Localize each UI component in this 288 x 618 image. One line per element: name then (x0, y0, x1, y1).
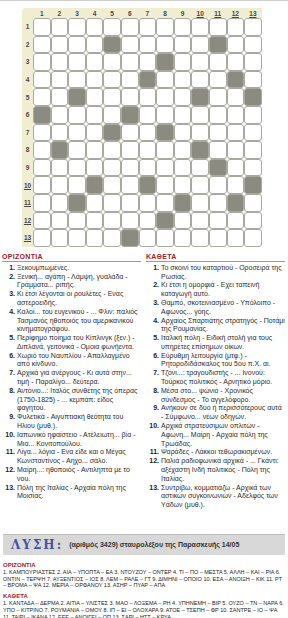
grid-cell[interactable] (156, 159, 174, 177)
grid-cell[interactable] (51, 194, 69, 212)
row-label: 10 (22, 176, 33, 194)
grid-cell[interactable] (227, 212, 245, 230)
clue-number: 11. (2, 448, 17, 466)
clue: 4.Αρχαίος Σπαρτιάτης στρατηγός - Ποτάμι … (146, 317, 285, 335)
grid-cell[interactable] (156, 71, 174, 89)
grid-cell[interactable] (227, 106, 245, 124)
grid-cell[interactable] (86, 229, 104, 247)
grid-cell[interactable] (244, 141, 262, 159)
grid-cell[interactable] (244, 229, 262, 247)
down-title: ΚΑΘΕΤΑ (146, 253, 285, 262)
grid-cell[interactable] (103, 229, 121, 247)
clue-list-across: 1.Ξεκουμπωμένες.2.Ξενική... αγάπη - Λάμψ… (2, 264, 141, 502)
black-cell (174, 194, 192, 212)
grid-cell[interactable] (191, 36, 209, 54)
grid-cell[interactable] (244, 53, 262, 71)
grid-cell[interactable] (191, 124, 209, 142)
grid-cell[interactable] (86, 106, 104, 124)
grid-cell[interactable] (68, 53, 86, 71)
clue: 12.Μαίρη...: ηθοποιός - Αντιληπτά με το … (2, 466, 141, 484)
clue-number: 2. (146, 281, 161, 299)
black-cell (227, 194, 245, 212)
clue: 8.Μέσα στο... ψώνιο - Χρονικός σύνδεσμος… (146, 387, 285, 405)
grid-cell[interactable] (139, 159, 157, 177)
grid-cell[interactable] (33, 36, 51, 54)
clue-text: Φυλετικά - Αιγυπτιακή θεότητα του Ηλιου … (17, 413, 141, 431)
clue: 9.Φυλετικά - Αιγυπτιακή θεότητα του Ηλιο… (2, 413, 141, 431)
clue-number: 1. (2, 264, 17, 273)
grid-cell[interactable] (33, 212, 51, 230)
clue-text: Τζόνι...: τραγουδιστής - ... Ινονού: Τού… (161, 369, 285, 387)
grid-cell[interactable] (121, 159, 139, 177)
grid-cell[interactable] (68, 71, 86, 89)
black-cell (86, 176, 104, 194)
black-cell (156, 124, 174, 142)
grid-cell[interactable] (139, 124, 157, 142)
grid-cell[interactable] (121, 18, 139, 36)
grid-cell[interactable] (139, 212, 157, 230)
col-label: 1 (33, 8, 51, 18)
grid-cell[interactable] (103, 106, 121, 124)
grid-cell[interactable] (68, 124, 86, 142)
grid-cell[interactable] (51, 88, 69, 106)
grid-cell[interactable] (121, 124, 139, 142)
row-label: 12 (22, 212, 33, 230)
grid-cell[interactable] (86, 71, 104, 89)
grid-cell[interactable] (86, 141, 104, 159)
grid-cell[interactable] (156, 18, 174, 36)
clue-text: Ανήκουν σε δύο ή περισσότερους αυτά - Σύ… (161, 404, 285, 422)
solution-down-title: ΚΑΘΕΤΑ (3, 593, 285, 599)
grid-cell[interactable] (191, 194, 209, 212)
clue-number: 5. (146, 334, 161, 352)
grid-cell[interactable] (174, 141, 192, 159)
clue: 13.Συντρίβω, κομματιάζω - Αρχικά των αστ… (146, 484, 285, 510)
grid-corner (22, 8, 33, 18)
clue: 1.Ξεκουμπωμένες. (2, 264, 141, 273)
grid-cell[interactable] (244, 36, 262, 54)
clue-text: Αρχικά για ανέργους - Κι αυτά στην... τι… (17, 369, 141, 387)
grid-cell[interactable] (209, 71, 227, 89)
grid-cell[interactable] (103, 88, 121, 106)
grid-cell[interactable] (51, 212, 69, 230)
grid-cell[interactable] (227, 88, 245, 106)
grid-cell[interactable] (139, 229, 157, 247)
clue: 2.Κι έτσι η ομορφιά - Εχει ταπεινή καταγ… (146, 281, 285, 299)
row-label: 4 (22, 71, 33, 89)
grid-cell[interactable] (209, 141, 227, 159)
crossword-grid: 1234567891011121312345678910111213 (22, 8, 288, 247)
clue-text: Αρχικά στρατεύσιμων οπλιτών - Αφωνη... Μ… (161, 422, 285, 448)
clue-number: 1. (146, 264, 161, 282)
clue: 11.Ψαράδες - Λάκκοι τεθωρακισμένων. (146, 448, 285, 457)
grid-cell[interactable] (86, 18, 104, 36)
clue-text: Ξενική... αγάπη - Λάμψη, γυαλάδα - Γράμμ… (17, 273, 141, 291)
clue: 2.Ξενική... αγάπη - Λάμψη, γυαλάδα - Γρά… (2, 273, 141, 291)
grid-cell[interactable] (121, 36, 139, 54)
grid-cell[interactable] (121, 71, 139, 89)
clue: 5.Περίφημο ποίημα του Κίπλινγκ (ξεν.) - … (2, 334, 141, 352)
clue-number: 6. (146, 352, 161, 370)
grid-cell[interactable] (244, 212, 262, 230)
clue-text: Μαίρη...: ηθοποιός - Αντιληπτά με το νου… (17, 466, 141, 484)
grid-cell[interactable] (209, 212, 227, 230)
clue-text: Λίγα... λόγια - Ενα είδε και ο Μέγας Κων… (17, 448, 141, 466)
grid-cell[interactable] (227, 53, 245, 71)
grid-cell[interactable] (33, 124, 51, 142)
grid-cell[interactable] (121, 141, 139, 159)
clue-number: 4. (2, 308, 17, 334)
clue-number: 10. (2, 431, 17, 449)
clue-number: 12. (2, 466, 17, 484)
grid-cell[interactable] (51, 71, 69, 89)
solution-text-section: ΟΡΙΖΟΝΤΙΑ 1. ΚΑΜΠΟΥΡΙΑΣΤΕΣ 2. ΑΙΑ – ΥΠΟΠ… (0, 562, 288, 618)
clue-number: 7. (2, 369, 17, 387)
grid-cell[interactable] (121, 212, 139, 230)
black-cell (139, 176, 157, 194)
col-label: 5 (103, 8, 121, 18)
grid-cell[interactable] (68, 176, 86, 194)
clue-text: Πόλη της Ιταλίας - Αρχαία πόλη της Μοισί… (17, 484, 141, 502)
grid-cell[interactable] (209, 53, 227, 71)
clue: 6.Χωριό του Ναυπλίου - Απαλλαγμένο από κ… (2, 352, 141, 370)
grid-cell[interactable] (103, 53, 121, 71)
grid-cell[interactable] (103, 194, 121, 212)
col-label: 11 (209, 8, 227, 18)
grid-cell[interactable] (103, 212, 121, 230)
grid-cell[interactable] (191, 53, 209, 71)
col-label: 2 (51, 8, 69, 18)
row-label: 9 (22, 159, 33, 177)
grid-cell[interactable] (227, 141, 245, 159)
clue: 7.Τζόνι...: τραγουδιστής - ... Ινονού: Τ… (146, 369, 285, 387)
clue: 12.Παλιά ραδιοφωνικά αρχικά - ... Γκάντι… (146, 457, 285, 483)
grid-cell[interactable] (51, 53, 69, 71)
clue-number: 8. (2, 387, 17, 413)
grid-cell[interactable] (191, 176, 209, 194)
grid-cell[interactable] (86, 159, 104, 177)
clue: 3.Κι έτσι λέγονται οι ρουλέτες - Ενας ασ… (2, 290, 141, 308)
clue-number: 4. (146, 317, 161, 335)
row-label: 6 (22, 106, 33, 124)
solution-across-text: 1. ΚΑΜΠΟΥΡΙΑΣΤΕΣ 2. ΑΙΑ – ΥΠΟΠΤΑ – ΕΑ 3.… (3, 569, 285, 589)
grid-cell[interactable] (33, 176, 51, 194)
clue: 1.Το σκοινί του καταρτιού - Οροσειρά της… (146, 264, 285, 282)
black-cell (191, 141, 209, 159)
grid-cell[interactable] (139, 53, 157, 71)
grid-cell[interactable] (86, 53, 104, 71)
clue-text: Το σκοινί του καταρτιού - Οροσειρά της Ρ… (161, 264, 285, 282)
black-cell (209, 36, 227, 54)
grid-cell[interactable] (174, 159, 192, 177)
grid-cell[interactable] (68, 18, 86, 36)
solution-across-title: ΟΡΙΖΟΝΤΙΑ (3, 562, 285, 568)
col-label: 13 (244, 8, 262, 18)
grid-cell[interactable] (33, 141, 51, 159)
clue-number: 2. (2, 273, 17, 291)
grid-cell[interactable] (174, 229, 192, 247)
clue-text: Συντρίβω, κομματιάζω - Αρχικά των αστικώ… (161, 484, 285, 510)
clue-text: Κι έτσι η ομορφιά - Εχει ταπεινή καταγωγ… (161, 281, 285, 299)
grid-cell[interactable] (156, 229, 174, 247)
solution-subtitle: (αριθμός 3429) σταυρολέξου της Παρασκευή… (69, 541, 239, 548)
clue: 11.Λίγα... λόγια - Ενα είδε και ο Μέγας … (2, 448, 141, 466)
grid-cell[interactable] (51, 176, 69, 194)
row-label: 2 (22, 36, 33, 54)
grid-cell[interactable] (103, 141, 121, 159)
grid-cell[interactable] (227, 229, 245, 247)
grid-cell[interactable] (86, 194, 104, 212)
solution-label: ΛΥΣΗ: (11, 538, 63, 552)
grid-cell[interactable] (244, 71, 262, 89)
clue-number: 13. (2, 484, 17, 502)
clue-number: 9. (2, 413, 17, 431)
clue-text: Ψαράδες - Λάκκοι τεθωρακισμένων. (161, 448, 285, 457)
clue: 3.Θαμπό, σκοτεινιασμένο - Υπόλοιπο - Αφω… (146, 299, 285, 317)
clue: 7.Αρχικά για ανέργους - Κι αυτά στην... … (2, 369, 141, 387)
clue-text: Μέσα στο... ψώνιο - Χρονικός σύνδεσμος -… (161, 387, 285, 405)
grid-cell[interactable] (174, 88, 192, 106)
black-cell (121, 106, 139, 124)
clues-section: ΟΡΙΖΟΝΤΙΑ 1.Ξεκουμπωμένες.2.Ξενική... αγ… (0, 253, 288, 531)
clue-number: 7. (146, 369, 161, 387)
clue-text: Ιταλική πόλη - Ειδική στολή για τους υπη… (161, 334, 285, 352)
clue: 5.Ιταλική πόλη - Ειδική στολή για τους υ… (146, 334, 285, 352)
grid-cell[interactable] (244, 124, 262, 142)
grid-cell[interactable] (139, 88, 157, 106)
grid-cell[interactable] (191, 106, 209, 124)
grid-cell[interactable] (227, 176, 245, 194)
row-label: 13 (22, 229, 33, 247)
grid-cell[interactable] (86, 36, 104, 54)
grid-cell[interactable] (51, 124, 69, 142)
grid-cell[interactable] (33, 194, 51, 212)
grid-cell[interactable] (227, 124, 245, 142)
grid-cell[interactable] (68, 159, 86, 177)
black-cell (209, 159, 227, 177)
row-label: 7 (22, 124, 33, 142)
clue: 4.Καλοί... του ευγενικού - ... Φλιν: παλ… (2, 308, 141, 334)
grid-cell[interactable] (51, 159, 69, 177)
row-label: 5 (22, 88, 33, 106)
grid-cell[interactable] (174, 176, 192, 194)
clue-text: Χωριό του Ναυπλίου - Απαλλαγμένο από κίν… (17, 352, 141, 370)
grid-cell[interactable] (86, 88, 104, 106)
grid-cell[interactable] (121, 176, 139, 194)
clue: 13.Πόλη της Ιταλίας - Αρχαία πόλη της Μο… (2, 484, 141, 502)
col-label: 10 (191, 8, 209, 18)
clue-text: Ξεκουμπωμένες. (17, 264, 141, 273)
grid-cell[interactable] (156, 176, 174, 194)
clue: 6.Εύρυθμη λειτουργία (μτφ.) - Ρητοροδιδά… (146, 352, 285, 370)
grid-cell[interactable] (51, 229, 69, 247)
grid-cell[interactable] (174, 18, 192, 36)
col-label: 3 (68, 8, 86, 18)
black-cell (244, 88, 262, 106)
clue-number: 5. (2, 334, 17, 352)
clue: 9.Ανήκουν σε δύο ή περισσότερους αυτά - … (146, 404, 285, 422)
grid-cell[interactable] (191, 159, 209, 177)
grid-cell[interactable] (191, 212, 209, 230)
grid-cell[interactable] (209, 176, 227, 194)
grid-cell[interactable] (103, 18, 121, 36)
grid-cell[interactable] (174, 53, 192, 71)
grid-cell[interactable] (51, 18, 69, 36)
black-cell (244, 176, 262, 194)
across-section: ΟΡΙΖΟΝΤΙΑ 1.Ξεκουμπωμένες.2.Ξενική... αγ… (0, 253, 144, 531)
clue-number: 6. (2, 352, 17, 370)
crossword-grid-area: 1234567891011121312345678910111213 (22, 8, 288, 247)
grid-cell[interactable] (68, 212, 86, 230)
solution-down-text: 1. ΚΑΝΤΑΔΑ – ΔΕΡΜΑ 2. ΑΙΤΙΑ – ΥΛΙΣΤΕΣ 3.… (3, 600, 285, 618)
row-label: 11 (22, 194, 33, 212)
black-cell (139, 71, 157, 89)
grid-cell[interactable] (209, 194, 227, 212)
row-label: 8 (22, 141, 33, 159)
across-title: ΟΡΙΖΟΝΤΙΑ (2, 253, 141, 262)
black-cell (156, 212, 174, 230)
col-label: 4 (86, 8, 104, 18)
grid-cell[interactable] (174, 36, 192, 54)
clue: 8.Αντόνιο...: Ιταλός συνθέτης της όπερας… (2, 387, 141, 413)
grid-cell[interactable] (209, 229, 227, 247)
grid-cell[interactable] (174, 212, 192, 230)
clue-number: 8. (146, 387, 161, 405)
grid-cell[interactable] (33, 159, 51, 177)
grid-cell[interactable] (209, 18, 227, 36)
grid-cell[interactable] (139, 18, 157, 36)
col-label: 7 (139, 8, 157, 18)
grid-cell[interactable] (33, 53, 51, 71)
black-cell (156, 53, 174, 71)
clue-text: Εύρυθμη λειτουργία (μτφ.) - Ρητοροδιδάσκ… (161, 352, 285, 370)
grid-cell[interactable] (209, 124, 227, 142)
black-cell (227, 71, 245, 89)
grid-cell[interactable] (244, 106, 262, 124)
clue-number: 3. (2, 290, 17, 308)
col-label: 6 (121, 8, 139, 18)
grid-cell[interactable] (156, 88, 174, 106)
grid-cell[interactable] (156, 141, 174, 159)
grid-cell[interactable] (244, 18, 262, 36)
grid-cell[interactable] (86, 124, 104, 142)
grid-cell[interactable] (174, 106, 192, 124)
grid-cell[interactable] (121, 53, 139, 71)
grid-cell[interactable] (191, 229, 209, 247)
grid-cell[interactable] (227, 159, 245, 177)
clue-text: Αρχαίος Σπαρτιάτης στρατηγός - Ποτάμι τη… (161, 317, 285, 335)
clue: 10.Αρχικά στρατεύσιμων οπλιτών - Αφωνη..… (146, 422, 285, 448)
black-cell (103, 124, 121, 142)
black-cell (51, 141, 69, 159)
grid-cell[interactable] (51, 106, 69, 124)
row-label: 1 (22, 18, 33, 36)
black-cell (68, 88, 86, 106)
grid-cell[interactable] (156, 36, 174, 54)
grid-cell[interactable] (68, 36, 86, 54)
grid-cell[interactable] (68, 106, 86, 124)
grid-cell[interactable] (227, 18, 245, 36)
clue-number: 13. (146, 484, 161, 510)
grid-cell[interactable] (209, 88, 227, 106)
black-cell (33, 106, 51, 124)
grid-cell[interactable] (191, 18, 209, 36)
black-cell (191, 88, 209, 106)
clue-text: Περίφημο ποίημα του Κίπλινγκ (ξεν.) - Δι… (17, 334, 141, 352)
grid-cell[interactable] (139, 106, 157, 124)
clue-text: Κι έτσι λέγονται οι ρουλέτες - Ενας αστε… (17, 290, 141, 308)
clue-text: Ιαπωνικό ηφαίστειο - Ατέλειωτη... βία - … (17, 431, 141, 449)
grid-cell[interactable] (33, 71, 51, 89)
grid-cell[interactable] (33, 18, 51, 36)
grid-cell[interactable] (227, 36, 245, 54)
grid-cell[interactable] (103, 71, 121, 89)
clue-text: Παλιά ραδιοφωνικά αρχικά - ... Γκάντι: α… (161, 457, 285, 483)
grid-cell[interactable] (174, 71, 192, 89)
black-cell (121, 229, 139, 247)
grid-cell[interactable] (103, 159, 121, 177)
black-cell (103, 36, 121, 54)
grid-cell[interactable] (191, 71, 209, 89)
clue-text: Αντόνιο...: Ιταλός συνθέτης της όπερας (… (17, 387, 141, 413)
clue-number: 9. (146, 404, 161, 422)
grid-cell[interactable] (174, 124, 192, 142)
grid-cell[interactable] (139, 194, 157, 212)
grid-cell[interactable] (51, 36, 69, 54)
grid-cell[interactable] (121, 88, 139, 106)
row-label: 3 (22, 53, 33, 71)
clue: 10.Ιαπωνικό ηφαίστειο - Ατέλειωτη... βία… (2, 431, 141, 449)
grid-cell[interactable] (68, 141, 86, 159)
grid-cell[interactable] (156, 106, 174, 124)
grid-cell[interactable] (139, 141, 157, 159)
clue-number: 3. (146, 299, 161, 317)
col-label: 8 (156, 8, 174, 18)
clue-text: Καλοί... του ευγενικού - ... Φλιν: παλιό… (17, 308, 141, 334)
solution-banner: ΛΥΣΗ: (αριθμός 3429) σταυρολέξου της Παρ… (3, 534, 285, 555)
grid-cell[interactable] (244, 194, 262, 212)
clue-number: 10. (146, 422, 161, 448)
col-label: 9 (174, 8, 192, 18)
grid-cell[interactable] (86, 212, 104, 230)
grid-cell[interactable] (244, 159, 262, 177)
grid-cell[interactable] (209, 106, 227, 124)
grid-cell[interactable] (121, 194, 139, 212)
black-cell (68, 194, 86, 212)
grid-cell[interactable] (33, 229, 51, 247)
clue-text: Θαμπό, σκοτεινιασμένο - Υπόλοιπο - Αφωνο… (161, 299, 285, 317)
grid-cell[interactable] (68, 229, 86, 247)
col-label: 12 (227, 8, 245, 18)
grid-cell[interactable] (33, 88, 51, 106)
grid-cell[interactable] (103, 176, 121, 194)
clue-list-down: 1.Το σκοινί του καταρτιού - Οροσειρά της… (146, 264, 285, 510)
grid-cell[interactable] (156, 194, 174, 212)
clue-number: 12. (146, 457, 161, 483)
grid-cell[interactable] (139, 36, 157, 54)
clue-number: 11. (146, 448, 161, 457)
down-section: ΚΑΘΕΤΑ 1.Το σκοινί του καταρτιού - Οροσε… (144, 253, 288, 531)
